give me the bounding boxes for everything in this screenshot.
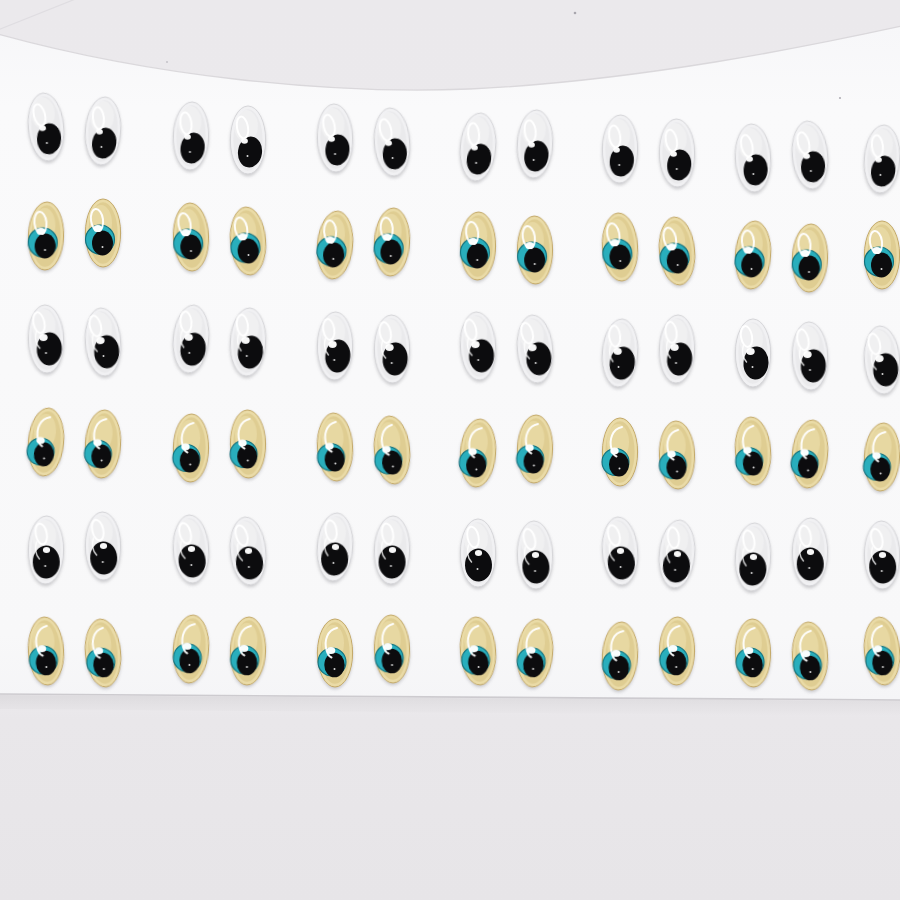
photo-of-sticker-sheet [0,0,900,900]
eye-sticker-tan [787,416,831,491]
eye-sticker-white [734,317,772,389]
eye-sticker-white [314,101,354,174]
eye-sticker-tan [456,416,499,490]
eye-sticker-white [598,514,641,588]
eye-sticker-tan [458,210,497,283]
eye-sticker-white [81,93,124,167]
eye-sticker-white [313,510,356,584]
eye-sticker-tan [731,414,774,488]
eye-sticker-white [315,310,354,383]
eye-sticker-white [372,313,411,386]
eye-sticker-tan [170,201,210,274]
eye-sticker-tan [861,420,900,494]
eye-sticker-tan [226,204,269,278]
eye-sticker-white [168,301,212,376]
eye-sticker-white [83,510,122,583]
eye-sticker-white [459,517,497,589]
eye-sticker-white [656,313,696,386]
eye-sticker-tan [599,210,641,284]
eye-sticker-tan [657,615,696,688]
eye-sticker-tan [228,407,267,480]
eye-sticker-white [860,322,900,396]
eye-sticker-white [862,518,900,591]
eye-sticker-white [732,121,774,195]
eye-sticker-tan [371,612,411,685]
eye-sticker-tan [25,614,67,688]
eye-sticker-white [23,89,67,164]
eye-sticker-tan [859,613,900,688]
eye-sticker-tan [82,408,124,482]
eye-sticker-white [787,117,831,192]
eye-sticker-white [170,512,212,586]
eye-sticker-tan [731,218,774,292]
eye-grid [0,0,900,900]
eye-sticker-tan [227,614,267,687]
eye-sticker-tan [654,213,698,288]
eye-sticker-tan [733,617,772,690]
eye-sticker-tan [369,412,413,487]
eye-sticker-tan [863,219,900,291]
eye-sticker-white [598,316,641,390]
eye-sticker-white [514,107,556,181]
eye-sticker-tan [512,616,556,691]
eye-sticker-tan [312,208,356,283]
eye-sticker-tan [23,404,67,479]
eye-sticker-tan [169,612,212,686]
eye-sticker-white [657,117,696,190]
eye-sticker-white [654,516,698,591]
eye-sticker-white [732,520,774,594]
eye-sticker-white [170,99,210,172]
eye-sticker-white [790,516,829,589]
eye-sticker-white [455,109,499,184]
eye-sticker-tan [599,619,641,693]
eye-sticker-white [225,514,269,589]
eye-sticker-tan [601,416,639,488]
eye-sticker-tan [456,614,499,688]
eye-sticker-tan [514,412,554,485]
eye-sticker-tan [314,410,356,484]
eye-sticker-white [26,514,65,587]
eye-sticker-tan [171,411,210,484]
eye-sticker-white [512,312,556,387]
eye-sticker-white [229,104,267,176]
eye-sticker-tan [80,616,124,691]
eye-sticker-white [227,305,269,379]
eye-sticker-white [457,309,499,383]
eye-sticker-tan [789,619,831,693]
eye-sticker-white [25,302,65,375]
eye-sticker-white [789,319,829,392]
eye-sticker-tan [656,418,696,491]
eye-sticker-tan [371,205,413,279]
eye-sticker-white [514,519,554,592]
eye-sticker-tan [25,200,65,273]
eye-sticker-white [371,513,411,586]
eye-sticker-white [600,113,639,186]
eye-sticker-tan [789,222,829,295]
eye-sticker-tan [515,214,554,287]
eye-sticker-white [860,122,900,196]
eye-sticker-tan [316,617,354,689]
eye-sticker-white [81,305,124,379]
eye-sticker-tan [84,197,122,269]
eye-sticker-white [370,105,413,179]
